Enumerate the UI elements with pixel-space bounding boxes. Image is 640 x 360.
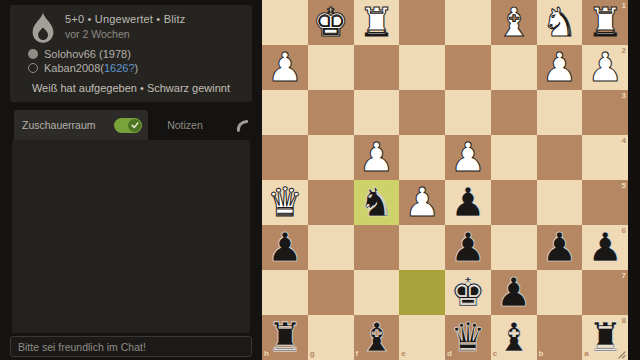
game-meta-panel: 5+0 • Ungewertet • Blitz vor 2 Wochen So… xyxy=(10,5,252,102)
rank-label-2: 2 xyxy=(622,47,626,55)
square-c6[interactable] xyxy=(491,225,537,270)
tab-spectator-label: Zuschauerraum xyxy=(14,119,96,131)
square-h8[interactable]: h♜ xyxy=(262,315,308,360)
square-h4[interactable] xyxy=(262,135,308,180)
square-a7[interactable]: 7 xyxy=(582,270,628,315)
square-e3[interactable] xyxy=(399,90,445,135)
square-d8[interactable]: d♛ xyxy=(445,315,491,360)
rank-label-1: 1 xyxy=(622,2,626,10)
square-d2[interactable] xyxy=(445,45,491,90)
rank-label-6: 6 xyxy=(622,227,626,235)
square-h2[interactable]: ♟ xyxy=(262,45,308,90)
piece-wN-b1[interactable]: ♞ xyxy=(541,0,577,45)
piece-bP-d6[interactable]: ♟ xyxy=(450,225,486,270)
check-icon xyxy=(131,121,139,129)
square-c3[interactable] xyxy=(491,90,537,135)
piece-wP-h2[interactable]: ♟ xyxy=(267,45,303,90)
rank-label-4: 4 xyxy=(622,137,626,145)
piece-bP-d5[interactable]: ♟ xyxy=(450,180,486,225)
square-f6[interactable] xyxy=(354,225,400,270)
square-a5[interactable]: 5 xyxy=(582,180,628,225)
chat-input[interactable] xyxy=(10,336,252,357)
piece-bQ-d8[interactable]: ♛ xyxy=(450,315,486,360)
square-f2[interactable] xyxy=(354,45,400,90)
square-a1[interactable]: 1♜ xyxy=(582,0,628,45)
rank-label-5: 5 xyxy=(622,182,626,190)
piece-bP-c7[interactable]: ♟ xyxy=(496,270,532,315)
blitz-flame-icon xyxy=(26,11,60,47)
square-e1[interactable] xyxy=(399,0,445,45)
chat-toggle-knob xyxy=(128,119,141,132)
square-b6[interactable]: ♟ xyxy=(537,225,583,270)
tab-spectator-room[interactable]: Zuschauerraum xyxy=(14,110,148,140)
piece-wP-e5[interactable]: ♟ xyxy=(404,180,440,225)
square-c8[interactable]: c♝ xyxy=(491,315,537,360)
square-b3[interactable] xyxy=(537,90,583,135)
piece-bK-d7[interactable]: ♚ xyxy=(450,270,486,315)
sidebar: 5+0 • Ungewertet • Blitz vor 2 Wochen So… xyxy=(0,0,262,360)
square-e4[interactable] xyxy=(399,135,445,180)
piece-bP-h6[interactable]: ♟ xyxy=(267,225,303,270)
file-label-g: g xyxy=(310,350,315,358)
player-row-top: Solohov66 (1978) xyxy=(28,47,138,61)
rating-paren-close: ) xyxy=(135,62,139,74)
board-resize-handle[interactable] xyxy=(616,349,626,359)
piece-bN-f5[interactable]: ♞ xyxy=(358,180,394,225)
game-setup-text: 5+0 • Ungewertet • Blitz xyxy=(65,13,185,25)
square-g5[interactable] xyxy=(308,180,354,225)
square-h3[interactable] xyxy=(262,90,308,135)
game-result-text: Weiß hat aufgegeben • Schwarz gewinnt xyxy=(10,82,252,94)
square-c4[interactable] xyxy=(491,135,537,180)
chess-board[interactable]: ♚♜♝♞1♜♟♟2♟3♟♟4♛♞♟♟5♟♟♟6♟♚♟7h♜gf♝ed♛c♝b8a… xyxy=(262,0,628,360)
player-bottom-name[interactable]: Kaban2008 xyxy=(44,62,100,74)
square-b2[interactable]: ♟ xyxy=(537,45,583,90)
piece-bP-b6[interactable]: ♟ xyxy=(541,225,577,270)
square-h5[interactable]: ♛ xyxy=(262,180,308,225)
player-bottom-rating-link[interactable]: 1626? xyxy=(104,62,135,74)
square-a4[interactable]: 4 xyxy=(582,135,628,180)
square-d3[interactable] xyxy=(445,90,491,135)
square-h1[interactable] xyxy=(262,0,308,45)
square-g6[interactable] xyxy=(308,225,354,270)
player-top-name[interactable]: Solohov66 (1978) xyxy=(44,48,131,60)
square-e8[interactable]: e xyxy=(399,315,445,360)
phone-icon[interactable] xyxy=(230,110,254,140)
square-a2[interactable]: 2♟ xyxy=(582,45,628,90)
file-label-c: c xyxy=(493,350,497,358)
square-h7[interactable] xyxy=(262,270,308,315)
square-f7[interactable] xyxy=(354,270,400,315)
square-g3[interactable] xyxy=(308,90,354,135)
square-f8[interactable]: f♝ xyxy=(354,315,400,360)
square-e5[interactable]: ♟ xyxy=(399,180,445,225)
square-f1[interactable]: ♜ xyxy=(354,0,400,45)
chat-toggle[interactable] xyxy=(114,118,142,133)
square-d1[interactable] xyxy=(445,0,491,45)
square-b7[interactable] xyxy=(537,270,583,315)
square-d6[interactable]: ♟ xyxy=(445,225,491,270)
black-player-icon xyxy=(28,49,38,59)
file-label-h: h xyxy=(264,350,269,358)
tab-notes[interactable]: Notizen xyxy=(148,110,222,140)
square-c5[interactable] xyxy=(491,180,537,225)
square-f3[interactable] xyxy=(354,90,400,135)
piece-wQ-h5[interactable]: ♛ xyxy=(267,180,303,225)
square-f5[interactable]: ♞ xyxy=(354,180,400,225)
square-a3[interactable]: 3 xyxy=(582,90,628,135)
rank-label-7: 7 xyxy=(622,272,626,280)
piece-wR-a1[interactable]: ♜ xyxy=(587,0,623,45)
square-h6[interactable]: ♟ xyxy=(262,225,308,270)
white-player-icon xyxy=(28,63,38,73)
square-e2[interactable] xyxy=(399,45,445,90)
player-list: Solohov66 (1978) Kaban2008 (1626?) xyxy=(28,47,138,75)
square-e7[interactable] xyxy=(399,270,445,315)
piece-wP-d4[interactable]: ♟ xyxy=(450,135,486,180)
square-b4[interactable] xyxy=(537,135,583,180)
rank-label-8: 8 xyxy=(622,317,626,325)
piece-wP-a2[interactable]: ♟ xyxy=(587,45,623,90)
square-c1[interactable]: ♝ xyxy=(491,0,537,45)
square-b5[interactable] xyxy=(537,180,583,225)
piece-bB-c8[interactable]: ♝ xyxy=(496,315,532,360)
lichess-game-page: 5+0 • Ungewertet • Blitz vor 2 Wochen So… xyxy=(0,0,640,360)
piece-bR-h8[interactable]: ♜ xyxy=(267,315,303,360)
square-g4[interactable] xyxy=(308,135,354,180)
square-g7[interactable] xyxy=(308,270,354,315)
square-d7[interactable]: ♚ xyxy=(445,270,491,315)
square-b1[interactable]: ♞ xyxy=(537,0,583,45)
file-label-a: a xyxy=(584,350,588,358)
square-d5[interactable]: ♟ xyxy=(445,180,491,225)
square-e6[interactable] xyxy=(399,225,445,270)
piece-wP-f4[interactable]: ♟ xyxy=(358,135,394,180)
chat-messages-area[interactable] xyxy=(12,140,250,333)
piece-bP-a6[interactable]: ♟ xyxy=(587,225,623,270)
piece-wR-f1[interactable]: ♜ xyxy=(358,0,394,45)
square-a6[interactable]: 6♟ xyxy=(582,225,628,270)
file-label-e: e xyxy=(401,350,405,358)
rank-label-3: 3 xyxy=(622,92,626,100)
board-area: ♚♜♝♞1♜♟♟2♟3♟♟4♛♞♟♟5♟♟♟6♟♚♟7h♜gf♝ed♛c♝b8a… xyxy=(262,0,640,360)
player-row-bottom: Kaban2008 (1626?) xyxy=(28,61,138,75)
piece-wB-c1[interactable]: ♝ xyxy=(496,0,532,45)
square-c2[interactable] xyxy=(491,45,537,90)
tab-notes-label: Notizen xyxy=(167,119,203,131)
square-g8[interactable]: g xyxy=(308,315,354,360)
square-g2[interactable] xyxy=(308,45,354,90)
piece-bB-f8[interactable]: ♝ xyxy=(358,315,394,360)
file-label-f: f xyxy=(356,350,359,358)
piece-wK-g1[interactable]: ♚ xyxy=(313,0,349,45)
square-g1[interactable]: ♚ xyxy=(308,0,354,45)
game-date-text: vor 2 Wochen xyxy=(65,28,185,40)
file-label-b: b xyxy=(539,350,544,358)
square-b8[interactable]: b xyxy=(537,315,583,360)
file-label-d: d xyxy=(447,350,452,358)
square-f4[interactable]: ♟ xyxy=(354,135,400,180)
square-c7[interactable]: ♟ xyxy=(491,270,537,315)
square-d4[interactable]: ♟ xyxy=(445,135,491,180)
piece-wP-b2[interactable]: ♟ xyxy=(541,45,577,90)
